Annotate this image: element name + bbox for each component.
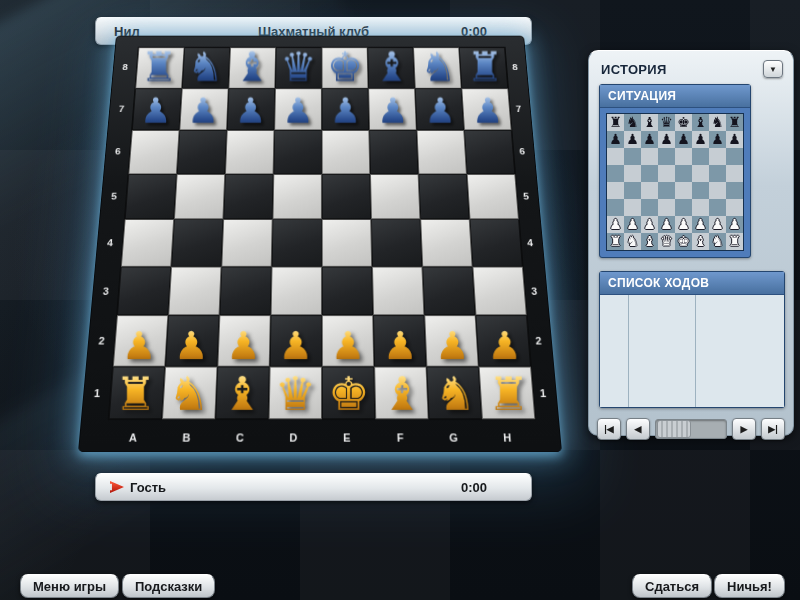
mini-square-b8: ♞ [624,114,641,131]
black-pawn-piece: ♟ [282,92,313,131]
mini-square-b5 [624,165,641,182]
white-pawn-piece: ♟ [122,324,157,367]
mini-square-e6 [675,148,692,165]
square-c1[interactable]: ♝ [215,366,269,419]
mini-white-knight-piece: ♞ [711,233,724,250]
square-e5[interactable] [322,174,371,219]
go-last-move-button[interactable]: ▶| [761,418,785,440]
mini-square-g2: ♟ [709,216,726,233]
square-b2[interactable]: ♟ [165,315,219,366]
square-h7[interactable]: ♟ [461,88,511,130]
move-number-column [600,295,629,407]
mini-square-e1: ♚ [675,233,692,250]
white-bishop-piece: ♝ [381,370,423,419]
black-bishop-piece: ♝ [234,45,270,88]
mini-square-d2: ♟ [658,216,675,233]
mini-square-c6 [641,148,658,165]
history-dropdown-button[interactable]: ▼ [763,60,783,78]
mini-square-a6 [607,148,624,165]
square-h2[interactable]: ♟ [476,315,531,366]
black-pawn-piece: ♟ [425,92,456,131]
square-d4[interactable] [272,219,322,266]
mini-white-pawn-piece: ♟ [728,216,741,233]
mini-square-h1: ♜ [726,233,743,250]
square-h8[interactable]: ♜ [459,48,508,89]
square-c7[interactable]: ♟ [227,88,275,130]
move-list-body[interactable] [600,295,784,407]
black-queen-piece: ♛ [280,45,316,88]
square-h3[interactable] [473,266,527,315]
white-bishop-piece: ♝ [221,370,263,419]
square-e4[interactable] [322,219,372,266]
mini-square-d4 [658,182,675,199]
mini-black-knight-piece: ♞ [711,114,724,131]
square-h5[interactable] [467,174,519,219]
mini-square-f7: ♟ [692,131,709,148]
mini-white-bishop-piece: ♝ [694,233,707,250]
file-label-g: G [427,431,481,443]
mini-square-a8: ♜ [607,114,624,131]
mini-white-king-piece: ♚ [677,233,690,250]
square-a3[interactable] [117,266,171,315]
rank-label-3: 3 [521,285,546,296]
black-move-column [696,295,784,407]
mini-square-a5 [607,165,624,182]
mini-square-a4 [607,182,624,199]
black-pawn-piece: ♟ [472,92,503,131]
mini-square-b3 [624,199,641,216]
file-label-b: B [159,431,213,443]
rank-label-3: 3 [93,285,118,296]
mini-square-f2: ♟ [692,216,709,233]
mini-square-g1: ♞ [709,233,726,250]
square-c6[interactable] [225,130,274,174]
square-g4[interactable] [420,219,472,266]
mini-black-pawn-piece: ♟ [643,131,656,148]
main-board-grid[interactable]: ♜♞♝♛♚♝♞♜♟♟♟♟♟♟♟♟♟♟♟♟♟♟♟♟♜♞♝♛♚♝♞♜ [108,47,537,420]
player-bar: Гость 0:00 [95,473,532,501]
square-d7[interactable]: ♟ [274,88,321,130]
black-pawn-piece: ♟ [235,92,266,131]
square-f1[interactable]: ♝ [374,366,428,419]
mini-black-king-piece: ♚ [677,114,690,131]
white-knight-piece: ♞ [434,370,476,419]
mini-square-g4 [709,182,726,199]
white-pawn-piece: ♟ [383,324,418,367]
previous-move-button[interactable]: ◀ [626,418,650,440]
square-b5[interactable] [174,174,225,219]
player-name: Гость [130,480,166,495]
square-b7[interactable]: ♟ [179,88,228,130]
white-king-piece: ♚ [328,370,370,419]
square-b4[interactable] [171,219,223,266]
mini-square-c8: ♝ [641,114,658,131]
rank-label-6: 6 [106,147,130,157]
square-d8[interactable]: ♛ [275,48,322,89]
move-navigation: |◀ ◀ ▶ ▶| [597,417,785,441]
mini-square-d8: ♛ [658,114,675,131]
square-e7[interactable]: ♟ [322,88,369,130]
square-g2[interactable]: ♟ [424,315,478,366]
file-label-c: C [213,431,267,443]
black-rook-piece: ♜ [467,45,503,88]
mini-square-g6 [709,148,726,165]
mini-square-a2: ♟ [607,216,624,233]
square-a5[interactable] [125,174,177,219]
square-e2[interactable]: ♟ [322,315,374,366]
mini-black-bishop-piece: ♝ [643,114,656,131]
black-knight-piece: ♞ [420,45,456,88]
white-queen-piece: ♛ [275,370,317,419]
mini-square-a7: ♟ [607,131,624,148]
hints-button[interactable]: Подсказки [122,574,215,598]
square-f4[interactable] [371,219,422,266]
mini-square-h7: ♟ [726,131,743,148]
square-e1[interactable]: ♚ [322,366,375,419]
square-c3[interactable] [219,266,271,315]
rank-label-2: 2 [526,335,552,346]
mini-black-pawn-piece: ♟ [711,131,724,148]
mini-square-f5 [692,165,709,182]
rank-label-8: 8 [114,62,137,71]
white-pawn-piece: ♟ [435,324,470,367]
mini-black-rook-piece: ♜ [609,114,622,131]
history-header: ИСТОРИЯ ▼ [589,51,793,84]
white-pawn-piece: ♟ [487,324,522,367]
mini-white-knight-piece: ♞ [626,233,639,250]
file-label-e: E [320,431,374,443]
square-g1[interactable]: ♞ [426,366,482,419]
mini-square-g5 [709,165,726,182]
mini-square-d7: ♟ [658,131,675,148]
mini-white-pawn-piece: ♟ [660,216,673,233]
square-d2[interactable]: ♟ [270,315,322,366]
white-knight-piece: ♞ [168,370,210,419]
mini-square-e4 [675,182,692,199]
mini-white-rook-piece: ♜ [609,233,622,250]
square-h6[interactable] [464,130,515,174]
mini-square-b2: ♟ [624,216,641,233]
mini-square-g3 [709,199,726,216]
square-e6[interactable] [322,130,370,174]
black-bishop-piece: ♝ [373,45,409,88]
mini-white-pawn-piece: ♟ [626,216,639,233]
mini-square-c5 [641,165,658,182]
mini-square-b4 [624,182,641,199]
mini-square-f8: ♝ [692,114,709,131]
square-h1[interactable]: ♜ [479,366,536,419]
square-d3[interactable] [271,266,322,315]
black-pawn-piece: ♟ [330,92,361,131]
square-f2[interactable]: ♟ [373,315,426,366]
mini-square-h6 [726,148,743,165]
rank-label-4: 4 [518,237,543,248]
black-rook-piece: ♜ [141,45,177,88]
mini-square-e8: ♚ [675,114,692,131]
square-f6[interactable] [369,130,418,174]
rank-label-6: 6 [510,147,534,157]
mini-square-e2: ♟ [675,216,692,233]
white-move-column [629,295,695,407]
mini-square-f4 [692,182,709,199]
mini-black-pawn-piece: ♟ [694,131,707,148]
next-move-button[interactable]: ▶ [732,418,756,440]
mini-square-d1: ♛ [658,233,675,250]
mini-square-h3 [726,199,743,216]
mini-black-pawn-piece: ♟ [626,131,639,148]
mini-black-pawn-piece: ♟ [677,131,690,148]
mini-white-rook-piece: ♜ [728,233,741,250]
square-d6[interactable] [273,130,321,174]
black-knight-piece: ♞ [187,45,223,88]
square-a4[interactable] [121,219,174,266]
rank-label-7: 7 [110,104,133,113]
rank-label-1: 1 [84,387,110,399]
square-a1[interactable]: ♜ [109,366,166,419]
square-f7[interactable]: ♟ [368,88,416,130]
resign-button[interactable]: Сдаться [632,574,712,598]
move-list-box: СПИСОК ХОДОВ [599,271,785,408]
mini-square-c7: ♟ [641,131,658,148]
mini-black-queen-piece: ♛ [660,114,673,131]
turn-indicator-flag-icon [110,481,124,493]
mini-square-h4 [726,182,743,199]
square-c8[interactable]: ♝ [229,48,276,89]
square-a2[interactable]: ♟ [113,315,168,366]
square-g6[interactable] [417,130,467,174]
square-a7[interactable]: ♟ [132,88,182,130]
file-labels: ABCDEFGH [106,431,535,443]
black-king-piece: ♚ [327,45,363,88]
go-first-move-button[interactable]: |◀ [597,418,621,440]
mini-white-bishop-piece: ♝ [643,233,656,250]
situation-box: СИТУАЦИЯ ♜♞♝♛♚♝♞♜♟♟♟♟♟♟♟♟♟♟♟♟♟♟♟♟♜♞♝♛♚♝♞… [599,84,751,258]
rank-label-4: 4 [98,237,123,248]
mini-square-g7: ♟ [709,131,726,148]
board-scene: ♜♞♝♛♚♝♞♜♟♟♟♟♟♟♟♟♟♟♟♟♟♟♟♟♜♞♝♛♚♝♞♜ ABCDEFG… [55,40,585,460]
square-b6[interactable] [177,130,227,174]
rank-label-5: 5 [102,191,126,201]
mini-square-e7: ♟ [675,131,692,148]
mini-square-e3 [675,199,692,216]
move-scrollbar[interactable] [655,419,727,439]
history-title: ИСТОРИЯ [601,62,667,77]
white-pawn-piece: ♟ [331,324,366,367]
mini-white-queen-piece: ♛ [660,233,673,250]
square-b3[interactable] [168,266,221,315]
mini-white-pawn-piece: ♟ [609,216,622,233]
file-label-h: H [480,431,534,443]
square-h4[interactable] [470,219,523,266]
mini-white-pawn-piece: ♟ [711,216,724,233]
mini-black-bishop-piece: ♝ [694,114,707,131]
square-f3[interactable] [372,266,424,315]
rank-label-1: 1 [530,387,556,399]
game-menu-button[interactable]: Меню игры [20,574,119,598]
rank-label-2: 2 [89,335,115,346]
mini-black-pawn-piece: ♟ [609,131,622,148]
mini-square-g8: ♞ [709,114,726,131]
mini-white-pawn-piece: ♟ [643,216,656,233]
mini-white-pawn-piece: ♟ [677,216,690,233]
situation-header: СИТУАЦИЯ [600,85,750,108]
square-g8[interactable]: ♞ [413,48,461,89]
history-panel: ИСТОРИЯ ▼ СИТУАЦИЯ ♜♞♝♛♚♝♞♜♟♟♟♟♟♟♟♟♟♟♟♟♟… [588,50,794,436]
board-frame: ♜♞♝♛♚♝♞♜♟♟♟♟♟♟♟♟♟♟♟♟♟♟♟♟♜♞♝♛♚♝♞♜ ABCDEFG… [78,36,562,452]
mini-white-pawn-piece: ♟ [694,216,707,233]
black-pawn-piece: ♟ [140,92,171,131]
square-a8[interactable]: ♜ [135,48,184,89]
white-pawn-piece: ♟ [174,324,209,367]
rank-label-8: 8 [503,62,526,71]
file-label-a: A [106,431,160,443]
square-b8[interactable]: ♞ [182,48,230,89]
mini-square-f1: ♝ [692,233,709,250]
mini-square-c4 [641,182,658,199]
square-d1[interactable]: ♛ [269,366,322,419]
square-g5[interactable] [418,174,469,219]
mini-square-b6 [624,148,641,165]
player-clock: 0:00 [461,480,487,495]
white-rook-piece: ♜ [115,370,157,419]
white-pawn-piece: ♟ [278,324,313,367]
mini-square-c3 [641,199,658,216]
mini-square-h5 [726,165,743,182]
mini-black-knight-piece: ♞ [626,114,639,131]
mini-square-a3 [607,199,624,216]
square-a6[interactable] [128,130,179,174]
mini-square-b7: ♟ [624,131,641,148]
mini-square-f3 [692,199,709,216]
rank-label-7: 7 [507,104,530,113]
mini-square-d5 [658,165,675,182]
mini-square-c1: ♝ [641,233,658,250]
white-pawn-piece: ♟ [226,324,261,367]
square-g7[interactable]: ♟ [415,88,464,130]
file-label-f: F [373,431,427,443]
mini-square-e5 [675,165,692,182]
square-d5[interactable] [273,174,322,219]
draw-offer-button[interactable]: Ничья! [714,574,785,598]
mini-square-b1: ♞ [624,233,641,250]
square-c2[interactable]: ♟ [217,315,270,366]
square-e3[interactable] [322,266,373,315]
chevron-down-icon: ▼ [769,65,777,74]
square-c4[interactable] [221,219,272,266]
mini-square-d3 [658,199,675,216]
file-label-d: D [266,431,320,443]
square-f5[interactable] [370,174,420,219]
mini-square-f6 [692,148,709,165]
mini-square-h8: ♜ [726,114,743,131]
move-list-header: СПИСОК ХОДОВ [600,272,784,295]
square-c5[interactable] [223,174,273,219]
mini-square-h2: ♟ [726,216,743,233]
black-pawn-piece: ♟ [187,92,218,131]
mini-square-d6 [658,148,675,165]
mini-black-rook-piece: ♜ [728,114,741,131]
square-g3[interactable] [422,266,475,315]
square-f8[interactable]: ♝ [367,48,414,89]
mini-board-grid: ♜♞♝♛♚♝♞♜♟♟♟♟♟♟♟♟♟♟♟♟♟♟♟♟♜♞♝♛♚♝♞♜ [606,113,744,251]
rank-label-5: 5 [514,191,538,201]
square-e8[interactable]: ♚ [322,48,369,89]
white-rook-piece: ♜ [488,370,530,419]
square-b1[interactable]: ♞ [162,366,217,419]
move-scrollbar-thumb[interactable] [657,420,691,438]
black-pawn-piece: ♟ [377,92,408,131]
mini-square-a1: ♜ [607,233,624,250]
mini-square-c2: ♟ [641,216,658,233]
mini-black-pawn-piece: ♟ [660,131,673,148]
mini-black-pawn-piece: ♟ [728,131,741,148]
